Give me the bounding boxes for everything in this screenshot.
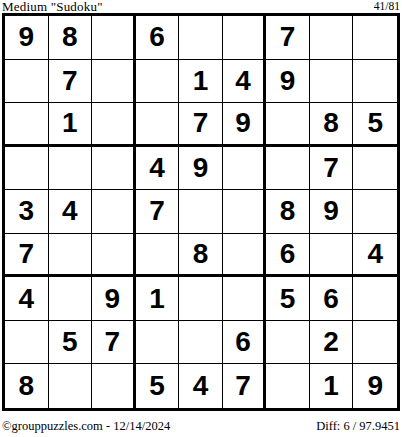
cell-r7c3: 9 bbox=[92, 277, 136, 321]
cell-r7c4: 1 bbox=[136, 277, 180, 321]
cell-r1c2: 8 bbox=[49, 16, 93, 60]
cell-r1c5[interactable] bbox=[179, 16, 223, 60]
cell-r2c3[interactable] bbox=[92, 60, 136, 104]
cell-r7c1: 4 bbox=[5, 277, 49, 321]
cell-r5c8: 9 bbox=[310, 190, 354, 234]
difficulty-text: Diff: 6 / 97.9451 bbox=[316, 419, 400, 434]
sudoku-grid: 9867714917985497347897864491565762854719 bbox=[2, 13, 400, 411]
cell-r3c8: 8 bbox=[310, 103, 354, 147]
cell-r9c6: 7 bbox=[223, 364, 267, 408]
cell-r7c5[interactable] bbox=[179, 277, 223, 321]
cell-r3c9: 5 bbox=[353, 103, 397, 147]
cell-r3c3[interactable] bbox=[92, 103, 136, 147]
cell-r8c2: 5 bbox=[49, 321, 93, 365]
cell-r9c3[interactable] bbox=[92, 364, 136, 408]
cell-r2c5: 1 bbox=[179, 60, 223, 104]
cell-r4c6[interactable] bbox=[223, 147, 267, 191]
cell-r4c2[interactable] bbox=[49, 147, 93, 191]
cell-r2c4[interactable] bbox=[136, 60, 180, 104]
cell-r8c8: 2 bbox=[310, 321, 354, 365]
header: Medium "Sudoku" 41/81 bbox=[2, 0, 400, 13]
cell-r9c4: 5 bbox=[136, 364, 180, 408]
cell-r3c2: 1 bbox=[49, 103, 93, 147]
cell-r5c7: 8 bbox=[266, 190, 310, 234]
cell-r9c2[interactable] bbox=[49, 364, 93, 408]
cell-r1c7: 7 bbox=[266, 16, 310, 60]
cell-r1c4: 6 bbox=[136, 16, 180, 60]
cell-r9c9: 9 bbox=[353, 364, 397, 408]
cell-r3c1[interactable] bbox=[5, 103, 49, 147]
cell-r2c1[interactable] bbox=[5, 60, 49, 104]
cell-r6c9: 4 bbox=[353, 234, 397, 278]
cell-r8c4[interactable] bbox=[136, 321, 180, 365]
cell-r6c6[interactable] bbox=[223, 234, 267, 278]
cell-r7c2[interactable] bbox=[49, 277, 93, 321]
cell-r2c9[interactable] bbox=[353, 60, 397, 104]
cell-r7c8: 6 bbox=[310, 277, 354, 321]
cell-r5c3[interactable] bbox=[92, 190, 136, 234]
cell-r1c3[interactable] bbox=[92, 16, 136, 60]
cell-r7c6[interactable] bbox=[223, 277, 267, 321]
cell-r6c5: 8 bbox=[179, 234, 223, 278]
cell-r8c7[interactable] bbox=[266, 321, 310, 365]
cell-r4c4: 4 bbox=[136, 147, 180, 191]
cell-r6c7: 6 bbox=[266, 234, 310, 278]
puzzle-title: Medium "Sudoku" bbox=[2, 0, 103, 13]
sudoku-page: Medium "Sudoku" 41/81 986771491798549734… bbox=[0, 0, 402, 411]
cell-r1c1: 9 bbox=[5, 16, 49, 60]
cell-r5c5[interactable] bbox=[179, 190, 223, 234]
cell-r8c5[interactable] bbox=[179, 321, 223, 365]
cell-r5c9[interactable] bbox=[353, 190, 397, 234]
cell-r2c8[interactable] bbox=[310, 60, 354, 104]
cell-r2c7: 9 bbox=[266, 60, 310, 104]
cell-r8c1[interactable] bbox=[5, 321, 49, 365]
cell-r6c8[interactable] bbox=[310, 234, 354, 278]
cell-r4c7[interactable] bbox=[266, 147, 310, 191]
cell-r4c8: 7 bbox=[310, 147, 354, 191]
cell-r2c2: 7 bbox=[49, 60, 93, 104]
cell-r6c1: 7 bbox=[5, 234, 49, 278]
cell-r6c4[interactable] bbox=[136, 234, 180, 278]
cell-r8c3: 7 bbox=[92, 321, 136, 365]
cell-r4c5: 9 bbox=[179, 147, 223, 191]
cell-r2c6: 4 bbox=[223, 60, 267, 104]
cell-r3c7[interactable] bbox=[266, 103, 310, 147]
cell-r8c6: 6 bbox=[223, 321, 267, 365]
cell-r3c4[interactable] bbox=[136, 103, 180, 147]
cell-r6c3[interactable] bbox=[92, 234, 136, 278]
cell-r5c4: 7 bbox=[136, 190, 180, 234]
cell-r5c2: 4 bbox=[49, 190, 93, 234]
cell-r3c6: 9 bbox=[223, 103, 267, 147]
cell-r3c5: 7 bbox=[179, 103, 223, 147]
cell-r7c9[interactable] bbox=[353, 277, 397, 321]
cell-r7c7: 5 bbox=[266, 277, 310, 321]
cell-r5c6[interactable] bbox=[223, 190, 267, 234]
cell-r5c1: 3 bbox=[5, 190, 49, 234]
cell-r9c8: 1 bbox=[310, 364, 354, 408]
cell-r4c3[interactable] bbox=[92, 147, 136, 191]
cell-r9c5: 4 bbox=[179, 364, 223, 408]
cell-r4c9[interactable] bbox=[353, 147, 397, 191]
footer: ©grouppuzzles.com - 12/14/2024 Diff: 6 /… bbox=[2, 419, 400, 434]
cell-r1c9[interactable] bbox=[353, 16, 397, 60]
cell-r9c7[interactable] bbox=[266, 364, 310, 408]
cell-r4c1[interactable] bbox=[5, 147, 49, 191]
cell-r1c6[interactable] bbox=[223, 16, 267, 60]
credit-text: ©grouppuzzles.com - 12/14/2024 bbox=[2, 419, 170, 434]
cell-r8c9[interactable] bbox=[353, 321, 397, 365]
cell-r6c2[interactable] bbox=[49, 234, 93, 278]
cell-r9c1: 8 bbox=[5, 364, 49, 408]
given-count: 41/81 bbox=[374, 0, 400, 13]
cell-r1c8[interactable] bbox=[310, 16, 354, 60]
